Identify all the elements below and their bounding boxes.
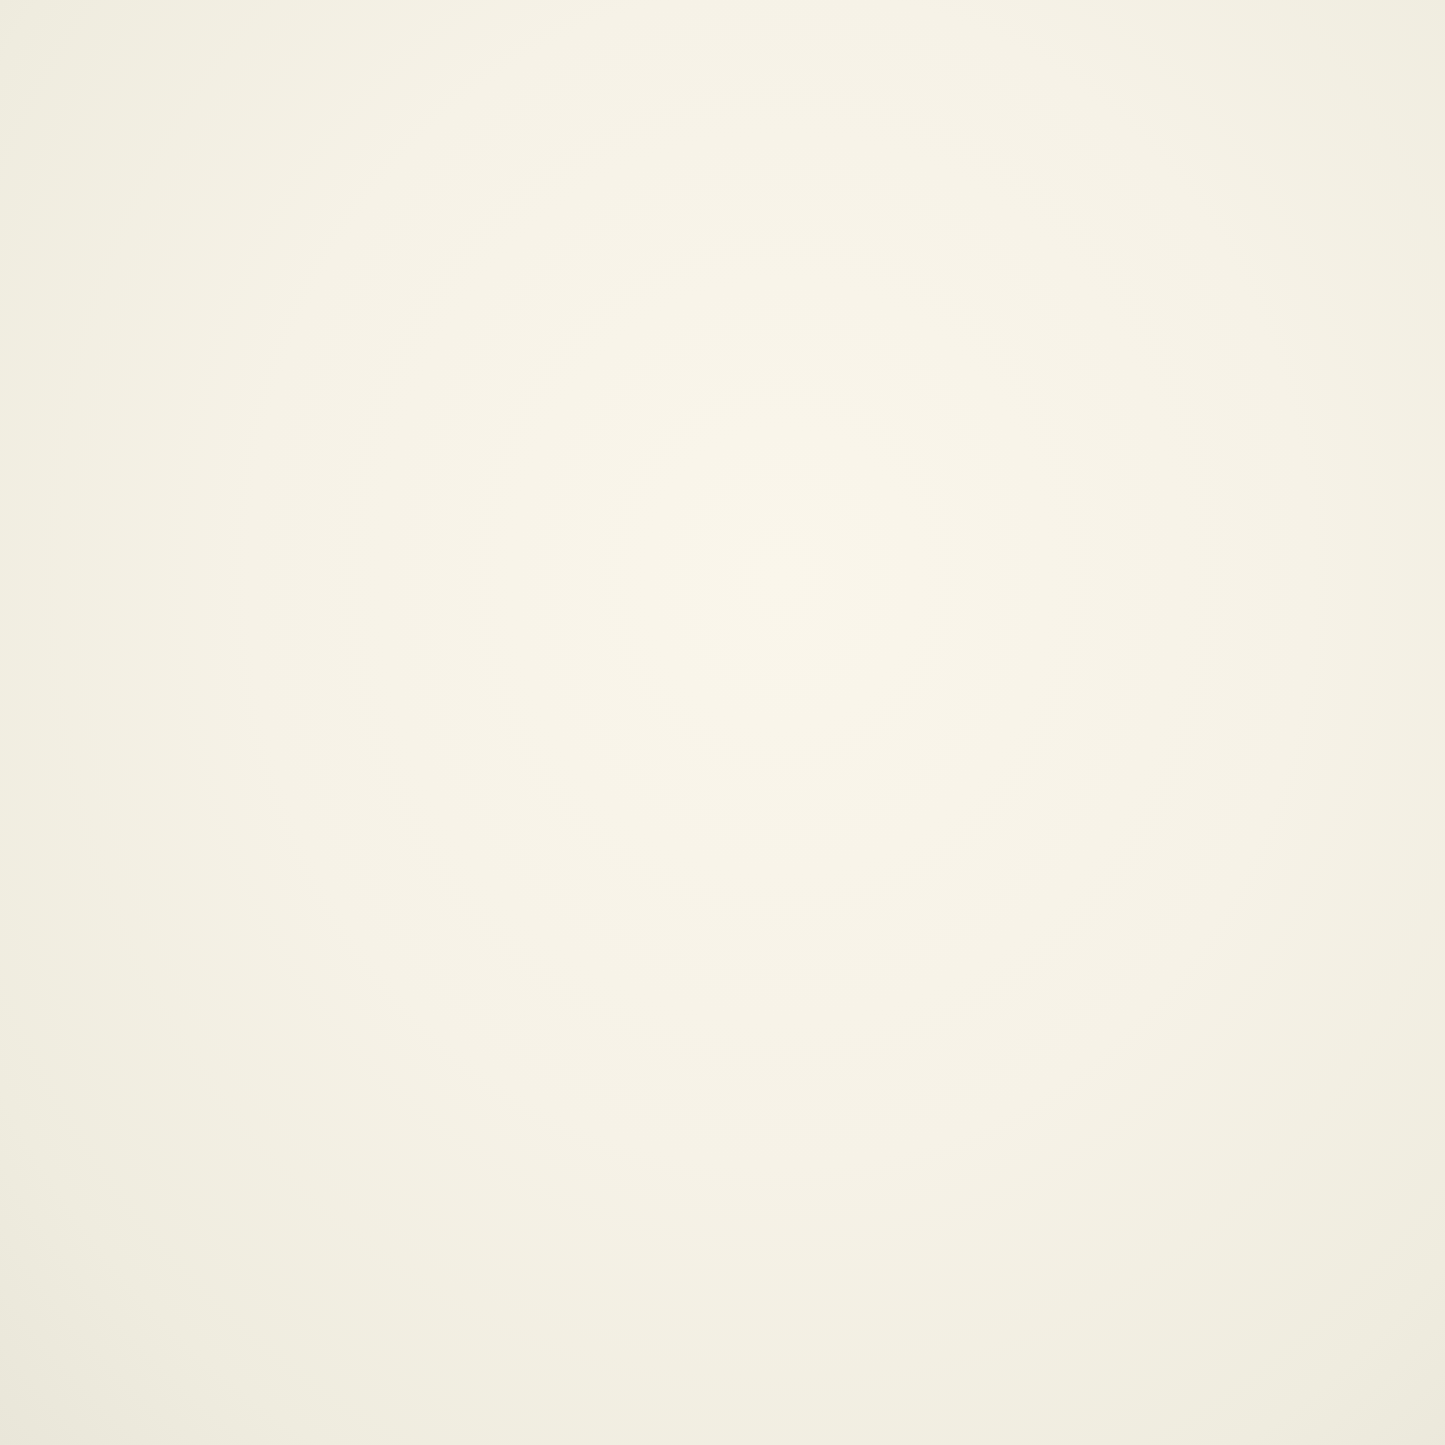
chess-board-photo <box>0 0 1445 1445</box>
chess-board <box>0 0 1445 1445</box>
